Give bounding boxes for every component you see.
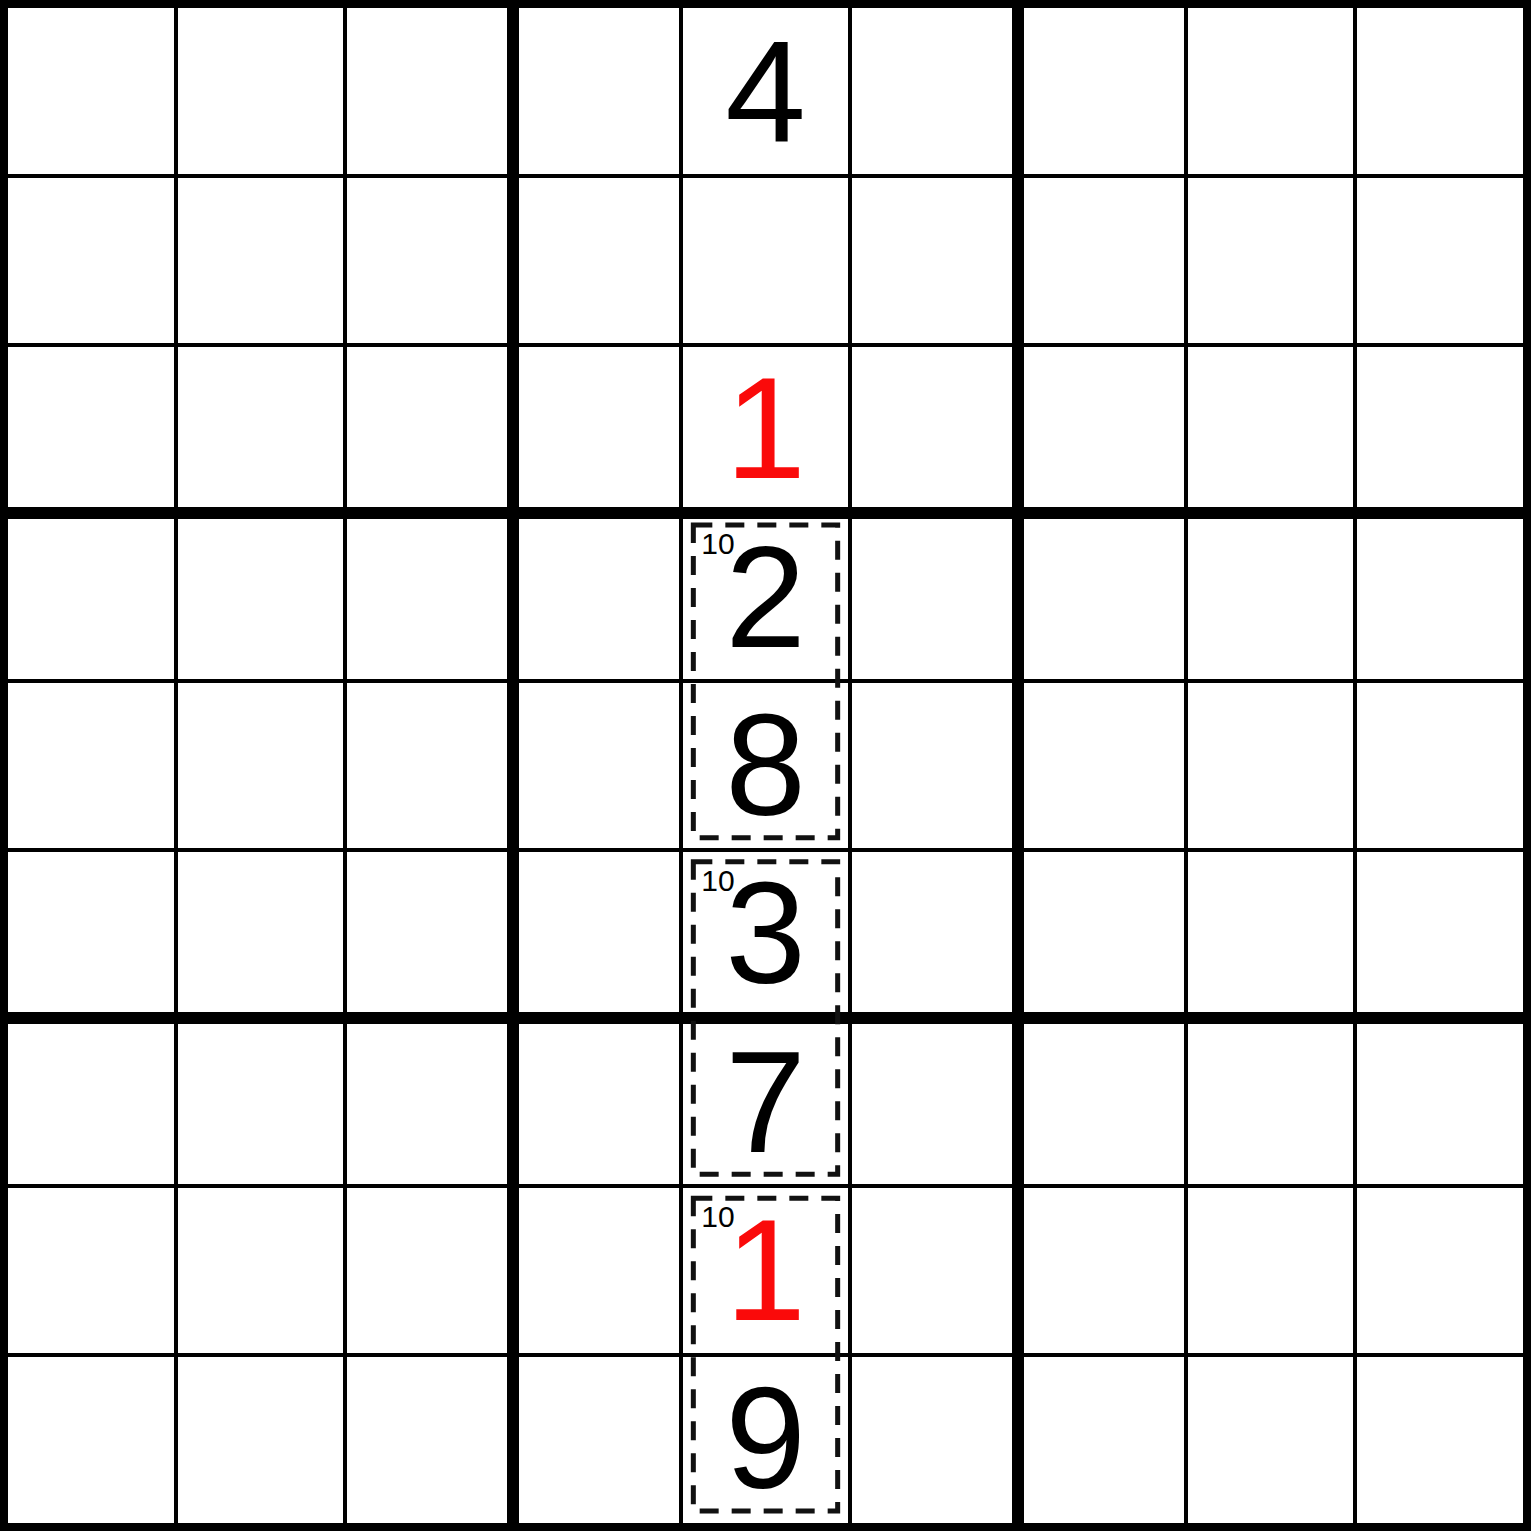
cell-r7c1[interactable] — [8, 1018, 176, 1186]
cell-r4c3[interactable] — [345, 513, 513, 681]
given-digit: 9 — [725, 1366, 806, 1511]
cell-r7c9[interactable] — [1355, 1018, 1523, 1186]
cell-r9c4[interactable] — [513, 1355, 681, 1523]
cell-r9c5[interactable]: 9 — [681, 1355, 849, 1523]
cell-r7c7[interactable] — [1018, 1018, 1186, 1186]
cell-r7c2[interactable] — [176, 1018, 344, 1186]
cell-r9c7[interactable] — [1018, 1355, 1186, 1523]
cell-r5c5[interactable]: 8 — [681, 681, 849, 849]
given-digit: 4 — [725, 20, 806, 165]
cell-r9c2[interactable] — [176, 1355, 344, 1523]
cell-r3c6[interactable] — [850, 345, 1018, 513]
cell-r6c1[interactable] — [8, 850, 176, 1018]
cell-r2c4[interactable] — [513, 176, 681, 344]
cell-r8c8[interactable] — [1186, 1186, 1354, 1354]
entered-digit: 1 — [725, 1198, 806, 1343]
cell-r9c9[interactable] — [1355, 1355, 1523, 1523]
given-digit: 8 — [725, 693, 806, 838]
given-digit: 7 — [725, 1030, 806, 1175]
cell-r9c6[interactable] — [850, 1355, 1018, 1523]
cell-r3c2[interactable] — [176, 345, 344, 513]
cell-r7c8[interactable] — [1186, 1018, 1354, 1186]
cell-r3c3[interactable] — [345, 345, 513, 513]
cell-r7c5[interactable]: 7 — [681, 1018, 849, 1186]
cell-r3c4[interactable] — [513, 345, 681, 513]
cell-r5c6[interactable] — [850, 681, 1018, 849]
sudoku-board: 41283719 101010 — [0, 0, 1531, 1531]
cell-r4c6[interactable] — [850, 513, 1018, 681]
cell-r8c9[interactable] — [1355, 1186, 1523, 1354]
cell-r8c1[interactable] — [8, 1186, 176, 1354]
cell-r6c4[interactable] — [513, 850, 681, 1018]
cell-r5c2[interactable] — [176, 681, 344, 849]
cell-r3c8[interactable] — [1186, 345, 1354, 513]
cell-r5c4[interactable] — [513, 681, 681, 849]
cell-r8c3[interactable] — [345, 1186, 513, 1354]
cell-r6c8[interactable] — [1186, 850, 1354, 1018]
cell-r5c7[interactable] — [1018, 681, 1186, 849]
cell-r1c5[interactable]: 4 — [681, 8, 849, 176]
cell-r2c1[interactable] — [8, 176, 176, 344]
cell-r9c8[interactable] — [1186, 1355, 1354, 1523]
cell-r4c1[interactable] — [8, 513, 176, 681]
cell-r1c1[interactable] — [8, 8, 176, 176]
cell-r7c4[interactable] — [513, 1018, 681, 1186]
cell-r1c6[interactable] — [850, 8, 1018, 176]
cell-r9c3[interactable] — [345, 1355, 513, 1523]
cell-grid: 41283719 — [8, 8, 1523, 1523]
cell-r2c7[interactable] — [1018, 176, 1186, 344]
cell-r4c8[interactable] — [1186, 513, 1354, 681]
cell-r3c5[interactable]: 1 — [681, 345, 849, 513]
cell-r8c6[interactable] — [850, 1186, 1018, 1354]
cell-r4c2[interactable] — [176, 513, 344, 681]
entered-digit: 1 — [725, 356, 806, 501]
cell-r2c2[interactable] — [176, 176, 344, 344]
cell-r3c7[interactable] — [1018, 345, 1186, 513]
cell-r1c7[interactable] — [1018, 8, 1186, 176]
cell-r2c5[interactable] — [681, 176, 849, 344]
cell-r2c9[interactable] — [1355, 176, 1523, 344]
cell-r6c2[interactable] — [176, 850, 344, 1018]
cell-r5c3[interactable] — [345, 681, 513, 849]
cell-r4c4[interactable] — [513, 513, 681, 681]
cell-r6c6[interactable] — [850, 850, 1018, 1018]
cell-r2c8[interactable] — [1186, 176, 1354, 344]
cell-r1c3[interactable] — [345, 8, 513, 176]
cell-r5c9[interactable] — [1355, 681, 1523, 849]
cell-r8c5[interactable]: 1 — [681, 1186, 849, 1354]
cell-r3c1[interactable] — [8, 345, 176, 513]
cell-r3c9[interactable] — [1355, 345, 1523, 513]
cell-r1c2[interactable] — [176, 8, 344, 176]
cell-r7c3[interactable] — [345, 1018, 513, 1186]
cell-r8c2[interactable] — [176, 1186, 344, 1354]
cell-r7c6[interactable] — [850, 1018, 1018, 1186]
cell-r6c9[interactable] — [1355, 850, 1523, 1018]
cell-r2c3[interactable] — [345, 176, 513, 344]
cell-r4c9[interactable] — [1355, 513, 1523, 681]
cell-r2c6[interactable] — [850, 176, 1018, 344]
cell-r6c3[interactable] — [345, 850, 513, 1018]
cell-r8c7[interactable] — [1018, 1186, 1186, 1354]
cell-r4c5[interactable]: 2 — [681, 513, 849, 681]
cell-r6c5[interactable]: 3 — [681, 850, 849, 1018]
cell-r1c8[interactable] — [1186, 8, 1354, 176]
cell-r1c4[interactable] — [513, 8, 681, 176]
cell-r9c1[interactable] — [8, 1355, 176, 1523]
cell-r1c9[interactable] — [1355, 8, 1523, 176]
cell-r5c8[interactable] — [1186, 681, 1354, 849]
cell-r4c7[interactable] — [1018, 513, 1186, 681]
given-digit: 2 — [725, 525, 806, 670]
given-digit: 3 — [725, 861, 806, 1006]
cell-r5c1[interactable] — [8, 681, 176, 849]
cell-r6c7[interactable] — [1018, 850, 1186, 1018]
cell-r8c4[interactable] — [513, 1186, 681, 1354]
